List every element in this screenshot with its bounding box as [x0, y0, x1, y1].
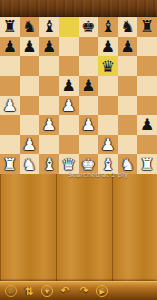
flip-board-button[interactable]: ⇄	[22, 284, 36, 298]
square-g2[interactable]	[118, 135, 138, 155]
square-d6[interactable]	[59, 56, 79, 76]
square-a2[interactable]	[0, 135, 20, 155]
square-c8[interactable]: ♝	[39, 17, 59, 37]
bottom-toolbar: ← ⇄ ▼ ↶ ↷ ▶	[0, 281, 157, 300]
piece-white-pawn-d4: ♟	[62, 96, 76, 115]
square-h1[interactable]: ♜	[137, 154, 157, 174]
square-a7[interactable]: ♟	[0, 37, 20, 57]
collapse-button[interactable]: ▼	[41, 285, 53, 297]
square-h3[interactable]: ♟	[137, 115, 157, 135]
square-b4[interactable]	[20, 96, 40, 116]
back-button[interactable]: ←	[5, 285, 17, 297]
piece-white-pawn-a4: ♟	[3, 96, 17, 115]
play-icon: ▶	[99, 286, 104, 297]
square-e6[interactable]	[79, 56, 99, 76]
square-h6[interactable]	[137, 56, 157, 76]
square-h4[interactable]	[137, 96, 157, 116]
chess-app-screen: ♜♞♝♚♝♞♜♟♟♟♟♟♛♟♟♟♟♟♟♟♟♟♜♞♝♛♚♝♞♜ Searched …	[0, 0, 157, 300]
square-g7[interactable]: ♟	[118, 37, 138, 57]
piece-white-knight-b1: ♞	[22, 155, 36, 174]
square-a1[interactable]: ♜	[0, 154, 20, 174]
square-e5[interactable]: ♟	[79, 76, 99, 96]
square-f6[interactable]: ♛	[98, 56, 118, 76]
square-h2[interactable]	[137, 135, 157, 155]
square-e4[interactable]	[79, 96, 99, 116]
piece-black-pawn-a7: ♟	[3, 37, 17, 56]
square-b7[interactable]: ♟	[20, 37, 40, 57]
piece-black-pawn-b7: ♟	[22, 37, 36, 56]
piece-black-rook-a8: ♜	[3, 17, 17, 36]
square-f5[interactable]	[98, 76, 118, 96]
square-g3[interactable]	[118, 115, 138, 135]
chevron-down-icon: ▼	[44, 286, 51, 297]
square-c2[interactable]	[39, 135, 59, 155]
play-button[interactable]: ▶	[96, 285, 108, 297]
piece-white-pawn-f2: ♟	[101, 135, 115, 154]
top-wood-panel	[0, 0, 157, 18]
square-e7[interactable]	[79, 37, 99, 57]
square-b6[interactable]	[20, 56, 40, 76]
square-g6[interactable]	[118, 56, 138, 76]
undo-move-button[interactable]: ↶	[58, 284, 72, 298]
back-arrow-icon: ←	[8, 286, 15, 297]
piece-black-pawn-d5: ♟	[62, 76, 76, 95]
piece-white-bishop-c1: ♝	[42, 155, 56, 174]
square-c4[interactable]	[39, 96, 59, 116]
square-d3[interactable]	[59, 115, 79, 135]
piece-black-pawn-c7: ♟	[42, 37, 56, 56]
piece-black-rook-h8: ♜	[140, 17, 154, 36]
square-a8[interactable]: ♜	[0, 17, 20, 37]
piece-white-rook-h1: ♜	[140, 155, 154, 174]
chess-board: ♜♞♝♚♝♞♜♟♟♟♟♟♛♟♟♟♟♟♟♟♟♟♜♞♝♛♚♝♞♜	[0, 17, 157, 174]
square-a3[interactable]	[0, 115, 20, 135]
square-a5[interactable]	[0, 76, 20, 96]
square-c7[interactable]: ♟	[39, 37, 59, 57]
redo-move-button[interactable]: ↷	[77, 284, 91, 298]
square-e8[interactable]: ♚	[79, 17, 99, 37]
piece-white-rook-a1: ♜	[3, 155, 17, 174]
square-b1[interactable]: ♞	[20, 154, 40, 174]
square-h5[interactable]	[137, 76, 157, 96]
square-a4[interactable]: ♟	[0, 96, 20, 116]
square-b5[interactable]	[20, 76, 40, 96]
square-g5[interactable]	[118, 76, 138, 96]
piece-white-pawn-e3: ♟	[81, 115, 95, 134]
square-c1[interactable]: ♝	[39, 154, 59, 174]
square-c6[interactable]	[39, 56, 59, 76]
piece-black-pawn-f7: ♟	[101, 37, 115, 56]
square-g8[interactable]: ♞	[118, 17, 138, 37]
piece-black-queen-f6: ♛	[101, 57, 115, 76]
square-d8[interactable]	[59, 17, 79, 37]
square-f8[interactable]: ♝	[98, 17, 118, 37]
square-e3[interactable]: ♟	[79, 115, 99, 135]
piece-white-pawn-c3: ♟	[42, 115, 56, 134]
redo-arrow-icon: ↷	[80, 284, 88, 298]
piece-black-pawn-e5: ♟	[81, 76, 95, 95]
undo-arrow-icon: ↶	[61, 284, 69, 298]
piece-black-knight-b8: ♞	[22, 17, 36, 36]
piece-black-knight-g8: ♞	[120, 17, 134, 36]
square-f3[interactable]	[98, 115, 118, 135]
square-a6[interactable]	[0, 56, 20, 76]
piece-black-pawn-h3: ♟	[140, 115, 154, 134]
square-d5[interactable]: ♟	[59, 76, 79, 96]
piece-white-pawn-b2: ♟	[22, 135, 36, 154]
square-f7[interactable]: ♟	[98, 37, 118, 57]
square-c5[interactable]	[39, 76, 59, 96]
square-f4[interactable]	[98, 96, 118, 116]
square-h7[interactable]	[137, 37, 157, 57]
piece-black-bishop-c8: ♝	[42, 17, 56, 36]
square-d2[interactable]	[59, 135, 79, 155]
square-c3[interactable]: ♟	[39, 115, 59, 135]
flip-board-icon: ⇄	[22, 287, 36, 295]
square-h8[interactable]: ♜	[137, 17, 157, 37]
square-b8[interactable]: ♞	[20, 17, 40, 37]
square-b3[interactable]	[20, 115, 40, 135]
square-d4[interactable]: ♟	[59, 96, 79, 116]
square-g4[interactable]	[118, 96, 138, 116]
engine-status-text: Searched at 2 ply	[68, 171, 129, 180]
square-b2[interactable]: ♟	[20, 135, 40, 155]
square-e2[interactable]	[79, 135, 99, 155]
piece-black-king-e8: ♚	[81, 17, 95, 36]
square-d7[interactable]	[59, 37, 79, 57]
piece-black-bishop-f8: ♝	[101, 17, 115, 36]
piece-black-pawn-g7: ♟	[120, 37, 134, 56]
square-f2[interactable]: ♟	[98, 135, 118, 155]
